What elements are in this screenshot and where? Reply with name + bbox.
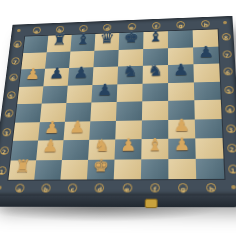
square-b2[interactable]: ♟ [36, 140, 63, 160]
blue-bishop[interactable]: ♝ [75, 32, 91, 47]
blue-pawn[interactable]: ♟ [48, 66, 64, 81]
square-d5[interactable]: ♟ [91, 84, 117, 103]
light-king[interactable]: ♚ [92, 156, 109, 174]
square-f8[interactable]: ♝ [143, 31, 168, 49]
rank-label: 8 [13, 40, 22, 47]
rank-label: 1 [0, 166, 7, 175]
square-e4[interactable] [116, 101, 142, 120]
rank-label: 4 [4, 109, 13, 117]
light-pawn[interactable]: ♟ [69, 118, 86, 135]
square-h7[interactable]: ♟ [193, 46, 219, 64]
square-b1[interactable] [34, 160, 62, 180]
blue-pawn[interactable]: ♟ [73, 65, 89, 81]
blue-knight[interactable]: ♞ [147, 63, 163, 79]
chess-set: abcdefgh 87654321 ♜♝♛♚♝♟♟♟♟♞♞♟♟♟♟♟♟♞♟♝♟♜… [0, 16, 236, 215]
square-h2[interactable] [195, 138, 223, 158]
square-c6[interactable]: ♟ [68, 67, 94, 85]
square-f5[interactable] [142, 83, 168, 102]
light-pawn[interactable]: ♟ [42, 138, 59, 155]
board-squares: ♜♝♛♚♝♟♟♟♟♞♞♟♟♟♟♟♟♞♟♝♟♜♚ [7, 28, 225, 180]
square-e2[interactable]: ♟ [115, 139, 142, 159]
folding-box-front-edge [0, 196, 236, 208]
square-h1[interactable] [196, 158, 225, 179]
frame-corner-ornament [226, 180, 236, 195]
file-label: h [201, 20, 210, 28]
file-label: a [32, 26, 41, 33]
square-a3[interactable] [13, 122, 40, 141]
square-d7[interactable] [93, 50, 118, 68]
rank-label: 1 [228, 165, 236, 174]
square-c3[interactable]: ♟ [63, 121, 90, 140]
square-h6[interactable] [193, 63, 220, 81]
square-a5[interactable] [17, 86, 43, 104]
blue-pawn[interactable]: ♟ [173, 62, 189, 78]
square-a1[interactable]: ♜ [8, 160, 36, 180]
square-b8[interactable]: ♜ [47, 35, 72, 52]
frame-corner-ornament [218, 17, 232, 29]
photo-scene: abcdefgh 87654321 ♜♝♛♚♝♟♟♟♟♞♞♟♟♟♟♟♟♞♟♝♟♜… [0, 0, 236, 236]
square-f2[interactable]: ♝ [141, 139, 168, 159]
rank-label: 2 [227, 144, 236, 153]
square-g6[interactable]: ♟ [168, 64, 194, 82]
square-h4[interactable] [194, 100, 221, 119]
rank-label: 5 [6, 91, 15, 99]
file-label: g [178, 183, 188, 192]
light-knight[interactable]: ♞ [93, 137, 110, 154]
brass-clasp [145, 199, 158, 208]
square-a8[interactable] [23, 36, 48, 53]
blue-knight[interactable]: ♞ [122, 64, 138, 80]
bottom-coordinate-border: abcdefgh [6, 180, 227, 195]
rank-label: 6 [8, 74, 17, 82]
square-d4[interactable] [90, 102, 116, 121]
square-g5[interactable] [168, 82, 194, 101]
square-d8[interactable]: ♛ [94, 33, 119, 50]
square-e5[interactable] [117, 83, 143, 102]
light-bishop[interactable]: ♝ [146, 136, 163, 153]
blue-king[interactable]: ♚ [123, 30, 138, 45]
rank-label: 3 [226, 124, 236, 133]
square-b6[interactable]: ♟ [43, 68, 69, 86]
square-e6[interactable]: ♞ [117, 66, 143, 84]
light-pawn[interactable]: ♟ [173, 117, 190, 134]
rank-label: 7 [11, 57, 20, 65]
square-c2[interactable] [62, 140, 89, 160]
square-g8[interactable] [168, 30, 193, 48]
file-label: g [176, 21, 185, 28]
rank-label: 5 [224, 86, 234, 94]
square-a4[interactable] [15, 104, 42, 123]
chess-board-frame: abcdefgh 87654321 ♜♝♛♚♝♟♟♟♟♞♞♟♟♟♟♟♟♞♟♝♟♜… [0, 16, 236, 196]
square-f6[interactable]: ♞ [143, 65, 169, 83]
square-e8[interactable]: ♚ [119, 32, 144, 49]
square-f4[interactable] [142, 101, 168, 120]
square-h5[interactable] [194, 81, 221, 100]
file-label: h [206, 183, 216, 192]
light-rook[interactable]: ♜ [14, 157, 32, 174]
rank-label: 7 [222, 50, 231, 58]
square-a6[interactable]: ♟ [19, 69, 45, 87]
rank-label: 8 [221, 33, 230, 41]
square-c8[interactable]: ♝ [70, 34, 95, 51]
blue-queen[interactable]: ♛ [99, 31, 115, 46]
rank-label: 4 [225, 105, 235, 114]
square-f1[interactable] [141, 159, 168, 180]
blue-pawn[interactable]: ♟ [96, 82, 112, 98]
square-d1[interactable]: ♚ [87, 159, 115, 179]
square-c5[interactable] [66, 85, 92, 103]
file-label: b [41, 183, 51, 192]
square-g1[interactable] [168, 158, 196, 179]
blue-bishop[interactable]: ♝ [148, 29, 163, 44]
light-pawn[interactable]: ♟ [120, 137, 137, 154]
file-label: f [150, 183, 160, 192]
file-label: c [68, 183, 78, 192]
blue-pawn[interactable]: ♟ [198, 44, 214, 60]
blue-rook[interactable]: ♜ [52, 33, 68, 48]
rank-label: 6 [223, 68, 232, 76]
rank-label: 2 [0, 147, 9, 156]
file-label: e [122, 183, 132, 192]
light-pawn[interactable]: ♟ [173, 136, 190, 154]
square-g2[interactable]: ♟ [168, 138, 195, 158]
light-pawn[interactable]: ♟ [24, 67, 40, 82]
square-c1[interactable] [60, 159, 88, 179]
light-pawn[interactable]: ♟ [43, 119, 60, 136]
square-e1[interactable] [114, 159, 142, 179]
file-label: a [15, 183, 25, 192]
square-h3[interactable] [195, 119, 223, 139]
square-b5[interactable] [42, 85, 68, 103]
file-label: d [95, 183, 105, 192]
rank-label: 3 [2, 128, 12, 136]
